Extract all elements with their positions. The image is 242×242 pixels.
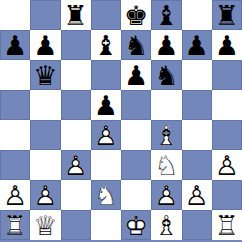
black-knight: ♞ — [121, 30, 151, 60]
square-g8[interactable] — [182, 0, 212, 30]
square-g6[interactable] — [182, 60, 212, 90]
square-h5[interactable] — [212, 90, 242, 120]
square-g2[interactable]: ♟♙ — [182, 180, 212, 210]
square-c4[interactable] — [61, 120, 91, 150]
square-b7[interactable]: ♟ — [30, 30, 60, 60]
square-f2[interactable]: ♟♙ — [151, 180, 181, 210]
chess-board: ♜♚♝♜♟♟♝♞♟♟♟♛♟♞♟♟♙♝♗♟♙♞♘♟♙♟♙♟♙♞♘♟♙♟♙♜♖♛♕♚… — [0, 0, 242, 242]
square-f4[interactable]: ♝♗ — [151, 120, 181, 150]
square-c8[interactable]: ♜ — [61, 0, 91, 30]
square-h2[interactable] — [212, 180, 242, 210]
white-bishop: ♝♗ — [151, 210, 181, 240]
black-bishop: ♝ — [91, 30, 121, 60]
square-d1[interactable] — [91, 210, 121, 240]
square-d4[interactable]: ♟♙ — [91, 120, 121, 150]
square-a2[interactable]: ♟♙ — [0, 180, 30, 210]
square-b8[interactable] — [30, 0, 60, 30]
white-knight: ♞♘ — [151, 150, 181, 180]
square-d3[interactable] — [91, 150, 121, 180]
black-bishop: ♝ — [151, 0, 181, 30]
square-h1[interactable]: ♜♖ — [212, 210, 242, 240]
white-pawn: ♟♙ — [212, 150, 242, 180]
square-b5[interactable] — [30, 90, 60, 120]
square-e6[interactable]: ♟ — [121, 60, 151, 90]
square-a4[interactable] — [0, 120, 30, 150]
white-pawn: ♟♙ — [61, 150, 91, 180]
square-b6[interactable]: ♛ — [30, 60, 60, 90]
black-king: ♚ — [121, 0, 151, 30]
square-e5[interactable] — [121, 90, 151, 120]
white-pawn: ♟♙ — [30, 180, 60, 210]
white-queen: ♛♕ — [30, 210, 60, 240]
square-b2[interactable]: ♟♙ — [30, 180, 60, 210]
square-a8[interactable] — [0, 0, 30, 30]
square-f5[interactable] — [151, 90, 181, 120]
white-rook: ♜♖ — [0, 210, 30, 240]
square-e1[interactable]: ♚♔ — [121, 210, 151, 240]
square-h8[interactable]: ♜ — [212, 0, 242, 30]
black-queen: ♛ — [30, 60, 60, 90]
square-a5[interactable] — [0, 90, 30, 120]
black-pawn: ♟ — [91, 90, 121, 120]
square-c2[interactable] — [61, 180, 91, 210]
square-b1[interactable]: ♛♕ — [30, 210, 60, 240]
square-a3[interactable] — [0, 150, 30, 180]
white-pawn: ♟♙ — [0, 180, 30, 210]
black-rook: ♜ — [212, 0, 242, 30]
square-f7[interactable]: ♟ — [151, 30, 181, 60]
white-rook: ♜♖ — [212, 210, 242, 240]
square-e7[interactable]: ♞ — [121, 30, 151, 60]
square-f8[interactable]: ♝ — [151, 0, 181, 30]
black-pawn: ♟ — [182, 30, 212, 60]
square-d2[interactable]: ♞♘ — [91, 180, 121, 210]
square-a7[interactable]: ♟ — [0, 30, 30, 60]
white-bishop: ♝♗ — [151, 120, 181, 150]
square-f1[interactable]: ♝♗ — [151, 210, 181, 240]
square-a6[interactable] — [0, 60, 30, 90]
white-pawn: ♟♙ — [151, 180, 181, 210]
square-c5[interactable] — [61, 90, 91, 120]
white-pawn: ♟♙ — [182, 180, 212, 210]
black-pawn: ♟ — [151, 30, 181, 60]
square-h7[interactable]: ♟ — [212, 30, 242, 60]
square-h3[interactable]: ♟♙ — [212, 150, 242, 180]
white-king: ♚♔ — [121, 210, 151, 240]
square-d5[interactable]: ♟ — [91, 90, 121, 120]
square-g5[interactable] — [182, 90, 212, 120]
black-rook: ♜ — [61, 0, 91, 30]
black-pawn: ♟ — [121, 60, 151, 90]
square-c1[interactable] — [61, 210, 91, 240]
square-e4[interactable] — [121, 120, 151, 150]
square-c3[interactable]: ♟♙ — [61, 150, 91, 180]
square-g1[interactable] — [182, 210, 212, 240]
black-pawn: ♟ — [0, 30, 30, 60]
square-a1[interactable]: ♜♖ — [0, 210, 30, 240]
square-f3[interactable]: ♞♘ — [151, 150, 181, 180]
black-pawn: ♟ — [212, 30, 242, 60]
square-c6[interactable] — [61, 60, 91, 90]
square-d8[interactable] — [91, 0, 121, 30]
square-b4[interactable] — [30, 120, 60, 150]
white-knight: ♞♘ — [91, 180, 121, 210]
square-g7[interactable]: ♟ — [182, 30, 212, 60]
square-e3[interactable] — [121, 150, 151, 180]
square-h4[interactable] — [212, 120, 242, 150]
square-e2[interactable] — [121, 180, 151, 210]
square-e8[interactable]: ♚ — [121, 0, 151, 30]
square-g4[interactable] — [182, 120, 212, 150]
square-c7[interactable] — [61, 30, 91, 60]
square-d6[interactable] — [91, 60, 121, 90]
square-b3[interactable] — [30, 150, 60, 180]
black-knight: ♞ — [151, 60, 181, 90]
black-pawn: ♟ — [30, 30, 60, 60]
square-h6[interactable] — [212, 60, 242, 90]
square-f6[interactable]: ♞ — [151, 60, 181, 90]
white-pawn: ♟♙ — [91, 120, 121, 150]
square-d7[interactable]: ♝ — [91, 30, 121, 60]
square-g3[interactable] — [182, 150, 212, 180]
